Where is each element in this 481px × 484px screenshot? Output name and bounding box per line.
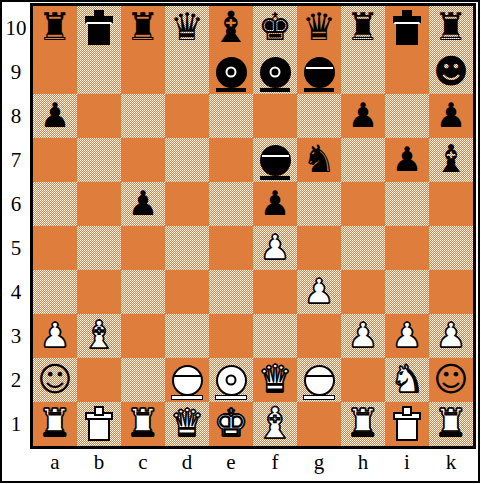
square-f2[interactable]: ♛ xyxy=(253,358,297,402)
square-b7[interactable] xyxy=(77,138,121,182)
square-i10[interactable] xyxy=(385,6,429,50)
file-label-k: k xyxy=(429,449,473,476)
file-label-h: h xyxy=(341,449,385,476)
square-a10[interactable]: ♜ xyxy=(33,6,77,50)
rank-label-5: 5 xyxy=(2,226,30,270)
rank-label-9: 9 xyxy=(2,50,30,94)
square-f6[interactable]: ♟ xyxy=(253,182,297,226)
square-e9[interactable] xyxy=(209,50,253,94)
square-a2[interactable]: ☺ xyxy=(33,358,77,402)
square-b4[interactable] xyxy=(77,270,121,314)
square-i7[interactable]: ♟ xyxy=(385,138,429,182)
square-k2[interactable]: ☺ xyxy=(429,358,473,402)
square-k6[interactable] xyxy=(429,182,473,226)
rank-label-1: 1 xyxy=(2,402,30,446)
square-e5[interactable] xyxy=(209,226,253,270)
square-k9[interactable]: ☻ xyxy=(429,50,473,94)
square-k4[interactable] xyxy=(429,270,473,314)
square-a8[interactable]: ♟ xyxy=(33,94,77,138)
square-h10[interactable]: ♜ xyxy=(341,6,385,50)
square-e6[interactable] xyxy=(209,182,253,226)
square-g9[interactable] xyxy=(297,50,341,94)
file-label-e: e xyxy=(209,449,253,476)
square-i3[interactable]: ♟ xyxy=(385,314,429,358)
piece-bB-k7[interactable]: ♝ xyxy=(434,140,468,178)
piece-bP-h8[interactable]: ♟ xyxy=(348,98,378,132)
piece-bR-k10[interactable]: ♜ xyxy=(434,8,468,46)
square-h4[interactable] xyxy=(341,270,385,314)
piece-bP-k8[interactable]: ♟ xyxy=(436,98,466,132)
square-d5[interactable] xyxy=(165,226,209,270)
piece-wL-g2[interactable] xyxy=(304,365,335,396)
square-i2[interactable]: ♞ xyxy=(385,358,429,402)
square-c5[interactable] xyxy=(121,226,165,270)
square-b8[interactable] xyxy=(77,94,121,138)
square-b1[interactable] xyxy=(77,402,121,446)
square-k7[interactable]: ♝ xyxy=(429,138,473,182)
square-d7[interactable] xyxy=(165,138,209,182)
square-g2[interactable] xyxy=(297,358,341,402)
file-labels: abcdefghik xyxy=(33,449,478,476)
square-a4[interactable] xyxy=(33,270,77,314)
rank-label-3: 3 xyxy=(2,314,30,358)
piece-bP-f6[interactable]: ♟ xyxy=(260,186,290,220)
piece-bF-h10[interactable]: ♜ xyxy=(346,8,380,46)
piece-bR-a10[interactable]: ♜ xyxy=(38,8,72,46)
rank-labels: 10987654321 xyxy=(2,6,30,449)
square-k10[interactable]: ♜ xyxy=(429,6,473,50)
square-e1[interactable]: ♚ xyxy=(209,402,253,446)
piece-bP-i7[interactable]: ♟ xyxy=(392,142,422,176)
rank-label-6: 6 xyxy=(2,182,30,226)
square-d8[interactable] xyxy=(165,94,209,138)
square-h6[interactable] xyxy=(341,182,385,226)
piece-wQ-d1[interactable]: ♛ xyxy=(170,404,204,442)
square-a5[interactable] xyxy=(33,226,77,270)
square-b10[interactable] xyxy=(77,6,121,50)
square-a1[interactable]: ♜ xyxy=(33,402,77,446)
square-i8[interactable] xyxy=(385,94,429,138)
square-f10[interactable]: ♚ xyxy=(253,6,297,50)
rank-label-8: 8 xyxy=(2,94,30,138)
piece-bP-c6[interactable]: ♟ xyxy=(128,186,158,220)
piece-bK-f10[interactable]: ♚ xyxy=(258,8,292,46)
piece-wP-k3[interactable]: ♟ xyxy=(436,318,466,352)
square-c4[interactable] xyxy=(121,270,165,314)
piece-wN-i2[interactable]: ♞ xyxy=(390,360,424,398)
piece-bL-f7[interactable] xyxy=(260,145,291,176)
square-b3[interactable]: ♝ xyxy=(77,314,121,358)
square-b2[interactable] xyxy=(77,358,121,402)
file-label-i: i xyxy=(385,449,429,476)
square-h7[interactable] xyxy=(341,138,385,182)
file-label-g: g xyxy=(297,449,341,476)
square-k1[interactable]: ♜ xyxy=(429,402,473,446)
piece-bW-e9[interactable] xyxy=(216,57,247,88)
piece-wQ-f2[interactable]: ♛ xyxy=(258,360,292,398)
piece-wF-c1[interactable]: ♜ xyxy=(126,404,160,442)
square-k3[interactable]: ♟ xyxy=(429,314,473,358)
piece-bA-e10[interactable]: ♝ xyxy=(212,6,251,49)
square-g5[interactable] xyxy=(297,226,341,270)
square-h5[interactable] xyxy=(341,226,385,270)
square-c3[interactable] xyxy=(121,314,165,358)
square-e3[interactable] xyxy=(209,314,253,358)
square-k5[interactable] xyxy=(429,226,473,270)
piece-bF-c10[interactable]: ♜ xyxy=(126,8,160,46)
piece-wP-f5[interactable]: ♟ xyxy=(260,230,290,264)
piece-wB-b3[interactable]: ♝ xyxy=(82,316,116,354)
piece-wT-b1[interactable] xyxy=(88,417,110,441)
square-g1[interactable] xyxy=(297,402,341,446)
square-f3[interactable] xyxy=(253,314,297,358)
piece-wM-a2[interactable]: ☺ xyxy=(37,362,72,396)
rank-label-7: 7 xyxy=(2,138,30,182)
piece-bQ-d10[interactable]: ♛ xyxy=(170,8,204,46)
square-e8[interactable] xyxy=(209,94,253,138)
piece-wP-g4[interactable]: ♟ xyxy=(304,274,334,308)
piece-bL-g9[interactable] xyxy=(304,57,335,88)
square-h9[interactable] xyxy=(341,50,385,94)
square-d9[interactable] xyxy=(165,50,209,94)
piece-wF-h1[interactable]: ♜ xyxy=(346,404,380,442)
piece-wW-e2[interactable] xyxy=(216,365,247,396)
square-i9[interactable] xyxy=(385,50,429,94)
square-f4[interactable] xyxy=(253,270,297,314)
square-g8[interactable] xyxy=(297,94,341,138)
square-e4[interactable] xyxy=(209,270,253,314)
piece-wP-a3[interactable]: ♟ xyxy=(40,318,70,352)
square-h2[interactable] xyxy=(341,358,385,402)
file-label-a: a xyxy=(33,449,77,476)
piece-bP-a8[interactable]: ♟ xyxy=(40,98,70,132)
square-a9[interactable] xyxy=(33,50,77,94)
piece-bW-f9[interactable] xyxy=(260,57,291,88)
piece-wP-i3[interactable]: ♟ xyxy=(392,318,422,352)
square-f1[interactable]: ♝ xyxy=(253,402,297,446)
piece-wL-d2[interactable] xyxy=(172,365,203,396)
square-f5[interactable]: ♟ xyxy=(253,226,297,270)
rank-label-2: 2 xyxy=(2,358,30,402)
square-g6[interactable] xyxy=(297,182,341,226)
square-b5[interactable] xyxy=(77,226,121,270)
square-d10[interactable]: ♛ xyxy=(165,6,209,50)
square-f9[interactable] xyxy=(253,50,297,94)
square-i5[interactable] xyxy=(385,226,429,270)
square-g10[interactable]: ♛ xyxy=(297,6,341,50)
file-label-c: c xyxy=(121,449,165,476)
square-f8[interactable] xyxy=(253,94,297,138)
piece-wP-h3[interactable]: ♟ xyxy=(348,318,378,352)
piece-bQ-g10[interactable]: ♛ xyxy=(302,8,336,46)
piece-bT-i10[interactable] xyxy=(396,21,418,45)
square-c9[interactable] xyxy=(121,50,165,94)
square-i6[interactable] xyxy=(385,182,429,226)
rank-label-4: 4 xyxy=(2,270,30,314)
square-c10[interactable]: ♜ xyxy=(121,6,165,50)
square-e10[interactable]: ♝ xyxy=(209,6,253,50)
square-g3[interactable] xyxy=(297,314,341,358)
square-e2[interactable] xyxy=(209,358,253,402)
square-c6[interactable]: ♟ xyxy=(121,182,165,226)
square-a7[interactable] xyxy=(33,138,77,182)
piece-wR-k1[interactable]: ♜ xyxy=(434,404,468,442)
file-label-b: b xyxy=(77,449,121,476)
square-a3[interactable]: ♟ xyxy=(33,314,77,358)
square-c1[interactable]: ♜ xyxy=(121,402,165,446)
square-h3[interactable]: ♟ xyxy=(341,314,385,358)
square-d4[interactable] xyxy=(165,270,209,314)
board: ♜♜♛♝♚♛♜♜☻♟♟♟♞♟♝♟♟♟♟♟♝♟♟♟☺♛♞☺♜♜♛♚♝♜♜ xyxy=(30,3,476,449)
square-a6[interactable] xyxy=(33,182,77,226)
square-b6[interactable] xyxy=(77,182,121,226)
piece-wM-k2[interactable]: ☺ xyxy=(433,362,468,396)
square-h8[interactable]: ♟ xyxy=(341,94,385,138)
diagram-frame: 10987654321 ♜♜♛♝♚♛♜♜☻♟♟♟♞♟♝♟♟♟♟♟♝♟♟♟☺♛♞☺… xyxy=(0,0,480,483)
piece-wA-f1[interactable]: ♝ xyxy=(256,402,295,445)
file-label-d: d xyxy=(165,449,209,476)
square-g4[interactable]: ♟ xyxy=(297,270,341,314)
square-f7[interactable] xyxy=(253,138,297,182)
piece-wT-i1[interactable] xyxy=(396,417,418,441)
square-d1[interactable]: ♛ xyxy=(165,402,209,446)
piece-bN-g7[interactable]: ♞ xyxy=(302,140,336,178)
piece-bM-k9[interactable]: ☻ xyxy=(433,54,468,88)
square-i1[interactable] xyxy=(385,402,429,446)
piece-bT-b10[interactable] xyxy=(88,21,110,45)
file-label-f: f xyxy=(253,449,297,476)
rank-label-10: 10 xyxy=(2,6,30,50)
square-b9[interactable] xyxy=(77,50,121,94)
square-d6[interactable] xyxy=(165,182,209,226)
square-e7[interactable] xyxy=(209,138,253,182)
square-i4[interactable] xyxy=(385,270,429,314)
square-d2[interactable] xyxy=(165,358,209,402)
piece-wK-e1[interactable]: ♚ xyxy=(214,404,248,442)
square-h1[interactable]: ♜ xyxy=(341,402,385,446)
piece-wR-a1[interactable]: ♜ xyxy=(38,404,72,442)
square-k8[interactable]: ♟ xyxy=(429,94,473,138)
square-d3[interactable] xyxy=(165,314,209,358)
square-c2[interactable] xyxy=(121,358,165,402)
square-c7[interactable] xyxy=(121,138,165,182)
square-c8[interactable] xyxy=(121,94,165,138)
square-g7[interactable]: ♞ xyxy=(297,138,341,182)
